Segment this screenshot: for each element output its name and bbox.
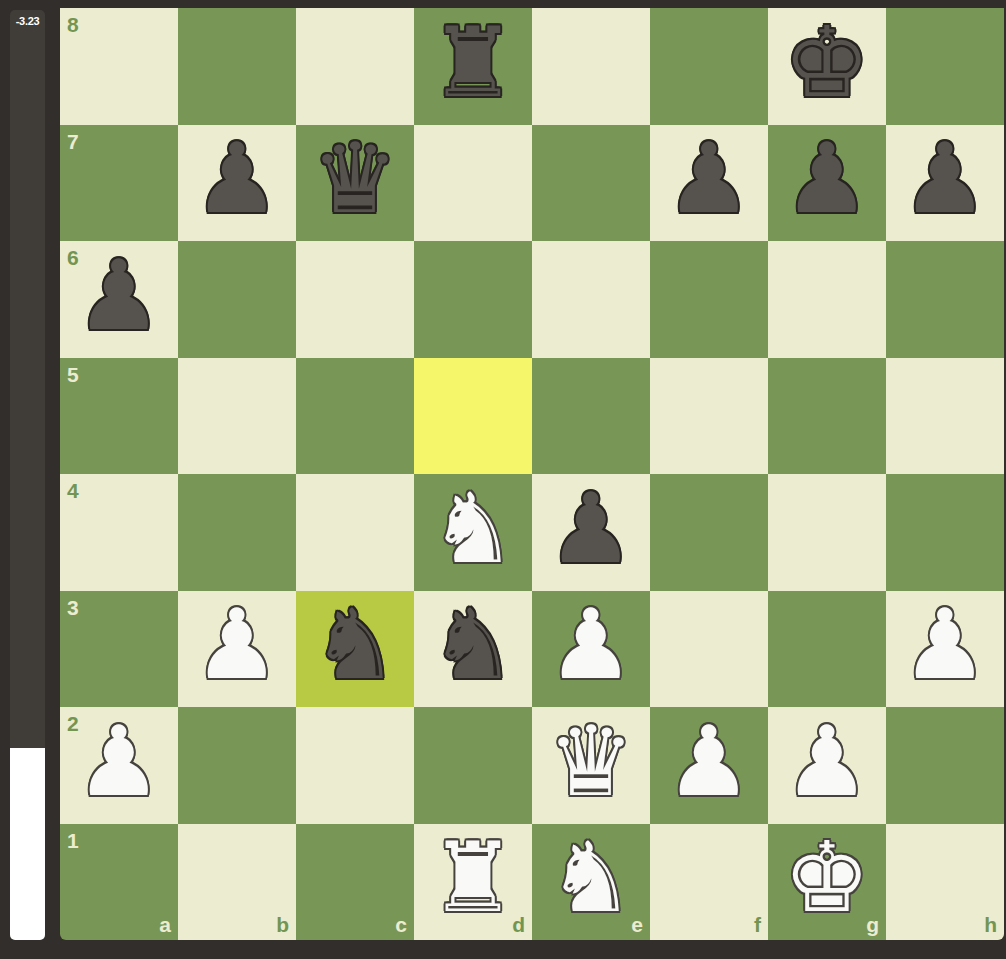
- square-e1[interactable]: e♞: [532, 824, 650, 941]
- square-a2[interactable]: 2♟: [60, 707, 178, 824]
- square-e4[interactable]: ♟: [532, 474, 650, 591]
- square-d1[interactable]: d♜: [414, 824, 532, 941]
- piece-black-pawn[interactable]: ♟: [784, 130, 871, 227]
- piece-black-rook[interactable]: ♜: [430, 14, 517, 111]
- rank-label-4: 4: [67, 480, 79, 501]
- square-c6[interactable]: [296, 241, 414, 358]
- rank-label-5: 5: [67, 364, 79, 385]
- piece-white-king[interactable]: ♚: [784, 829, 871, 926]
- piece-white-pawn[interactable]: ♟: [666, 713, 753, 810]
- piece-white-knight[interactable]: ♞: [548, 829, 635, 926]
- square-b2[interactable]: [178, 707, 296, 824]
- square-d2[interactable]: [414, 707, 532, 824]
- square-b7[interactable]: ♟: [178, 125, 296, 242]
- square-g3[interactable]: [768, 591, 886, 708]
- square-h7[interactable]: ♟: [886, 125, 1004, 242]
- piece-white-pawn[interactable]: ♟: [548, 596, 635, 693]
- rank-label-7: 7: [67, 131, 79, 152]
- rank-label-3: 3: [67, 597, 79, 618]
- square-b8[interactable]: [178, 8, 296, 125]
- piece-black-pawn[interactable]: ♟: [548, 480, 635, 577]
- square-h8[interactable]: [886, 8, 1004, 125]
- evaluation-score: -3.23: [10, 10, 45, 27]
- evaluation-bar-white-portion: [10, 748, 45, 941]
- square-d7[interactable]: [414, 125, 532, 242]
- square-e5[interactable]: [532, 358, 650, 475]
- square-b1[interactable]: b: [178, 824, 296, 941]
- square-g5[interactable]: [768, 358, 886, 475]
- piece-black-pawn[interactable]: ♟: [76, 247, 163, 344]
- square-e3[interactable]: ♟: [532, 591, 650, 708]
- piece-black-pawn[interactable]: ♟: [666, 130, 753, 227]
- square-c4[interactable]: [296, 474, 414, 591]
- square-f4[interactable]: [650, 474, 768, 591]
- square-c1[interactable]: c: [296, 824, 414, 941]
- square-h3[interactable]: ♟: [886, 591, 1004, 708]
- square-g1[interactable]: g♚: [768, 824, 886, 941]
- square-d8[interactable]: ♜: [414, 8, 532, 125]
- file-label-c: c: [395, 914, 407, 935]
- square-f2[interactable]: ♟: [650, 707, 768, 824]
- square-c7[interactable]: ♛: [296, 125, 414, 242]
- file-label-b: b: [276, 914, 289, 935]
- file-label-h: h: [984, 914, 997, 935]
- square-a5[interactable]: 5: [60, 358, 178, 475]
- square-b6[interactable]: [178, 241, 296, 358]
- piece-black-pawn[interactable]: ♟: [194, 130, 281, 227]
- square-f7[interactable]: ♟: [650, 125, 768, 242]
- square-a6[interactable]: 6♟: [60, 241, 178, 358]
- square-g8[interactable]: ♚: [768, 8, 886, 125]
- square-h1[interactable]: h: [886, 824, 1004, 941]
- square-a3[interactable]: 3: [60, 591, 178, 708]
- square-c3[interactable]: ♞: [296, 591, 414, 708]
- square-h6[interactable]: [886, 241, 1004, 358]
- piece-white-pawn[interactable]: ♟: [76, 713, 163, 810]
- square-g4[interactable]: [768, 474, 886, 591]
- square-c2[interactable]: [296, 707, 414, 824]
- piece-black-queen[interactable]: ♛: [312, 130, 399, 227]
- square-e2[interactable]: ♛: [532, 707, 650, 824]
- piece-white-pawn[interactable]: ♟: [784, 713, 871, 810]
- square-d6[interactable]: [414, 241, 532, 358]
- piece-black-knight[interactable]: ♞: [430, 596, 517, 693]
- square-c8[interactable]: [296, 8, 414, 125]
- square-g2[interactable]: ♟: [768, 707, 886, 824]
- evaluation-bar-track: -3.23: [10, 10, 45, 940]
- square-c5[interactable]: [296, 358, 414, 475]
- square-b4[interactable]: [178, 474, 296, 591]
- square-f3[interactable]: [650, 591, 768, 708]
- square-f8[interactable]: [650, 8, 768, 125]
- square-d3[interactable]: ♞: [414, 591, 532, 708]
- square-f1[interactable]: f: [650, 824, 768, 941]
- square-a4[interactable]: 4: [60, 474, 178, 591]
- square-d5[interactable]: [414, 358, 532, 475]
- square-h2[interactable]: [886, 707, 1004, 824]
- square-f5[interactable]: [650, 358, 768, 475]
- evaluation-bar: -3.23: [10, 10, 45, 940]
- square-e6[interactable]: [532, 241, 650, 358]
- square-d4[interactable]: ♞: [414, 474, 532, 591]
- file-label-f: f: [754, 914, 761, 935]
- chess-board: 8♜♚7♟♛♟♟♟6♟54♞♟3♟♞♞♟♟2♟♛♟♟1abcd♜e♞fg♚h: [60, 8, 1004, 940]
- piece-white-rook[interactable]: ♜: [430, 829, 517, 926]
- piece-black-pawn[interactable]: ♟: [902, 130, 989, 227]
- square-e8[interactable]: [532, 8, 650, 125]
- square-f6[interactable]: [650, 241, 768, 358]
- square-g6[interactable]: [768, 241, 886, 358]
- square-e7[interactable]: [532, 125, 650, 242]
- file-label-a: a: [159, 914, 171, 935]
- rank-label-8: 8: [67, 14, 79, 35]
- piece-white-pawn[interactable]: ♟: [902, 596, 989, 693]
- square-h5[interactable]: [886, 358, 1004, 475]
- piece-white-pawn[interactable]: ♟: [194, 596, 281, 693]
- rank-label-1: 1: [67, 830, 79, 851]
- square-a1[interactable]: 1a: [60, 824, 178, 941]
- piece-black-knight[interactable]: ♞: [312, 596, 399, 693]
- square-b5[interactable]: [178, 358, 296, 475]
- square-b3[interactable]: ♟: [178, 591, 296, 708]
- piece-black-king[interactable]: ♚: [784, 14, 871, 111]
- square-h4[interactable]: [886, 474, 1004, 591]
- square-a8[interactable]: 8: [60, 8, 178, 125]
- square-a7[interactable]: 7: [60, 125, 178, 242]
- square-g7[interactable]: ♟: [768, 125, 886, 242]
- piece-white-knight[interactable]: ♞: [430, 480, 517, 577]
- piece-white-queen[interactable]: ♛: [548, 713, 635, 810]
